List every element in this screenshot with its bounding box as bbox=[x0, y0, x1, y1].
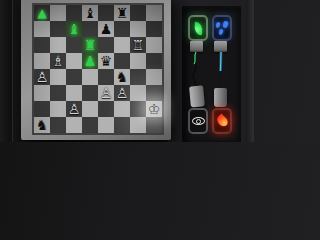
square-c8[interactable] bbox=[66, 5, 82, 21]
square-h5[interactable] bbox=[146, 53, 162, 69]
square-g3[interactable] bbox=[130, 85, 146, 101]
square-h6[interactable] bbox=[146, 37, 162, 53]
square-e6[interactable] bbox=[98, 37, 114, 53]
right-cable-socket bbox=[214, 41, 227, 52]
square-f3[interactable]: ♙ bbox=[114, 85, 130, 101]
square-c4[interactable] bbox=[66, 69, 82, 85]
square-g7[interactable] bbox=[130, 21, 146, 37]
square-d5[interactable]: ♟ bbox=[82, 53, 98, 69]
square-f4[interactable]: ♞ bbox=[114, 69, 130, 85]
square-d1[interactable] bbox=[82, 117, 98, 133]
wall-left-edge bbox=[0, 0, 13, 142]
square-a5[interactable] bbox=[34, 53, 50, 69]
square-c3[interactable] bbox=[66, 85, 82, 101]
fire-icon bbox=[215, 114, 230, 129]
square-a3[interactable] bbox=[34, 85, 50, 101]
black-pawn: ♟ bbox=[98, 21, 114, 37]
black-queen: ♛ bbox=[98, 53, 114, 69]
square-b7[interactable] bbox=[50, 21, 66, 37]
square-b3[interactable] bbox=[50, 85, 66, 101]
water-card-slot[interactable] bbox=[212, 15, 232, 41]
water-drop bbox=[218, 29, 224, 36]
water-drop bbox=[215, 22, 221, 29]
white-bishop: ♗ bbox=[50, 53, 66, 69]
green-rook: ♜ bbox=[82, 37, 98, 53]
white-pawn: ♙ bbox=[66, 101, 82, 117]
square-b2[interactable] bbox=[50, 101, 66, 117]
square-h8[interactable] bbox=[146, 5, 162, 21]
black-rook: ♜ bbox=[114, 5, 130, 21]
square-h2[interactable]: ♔ bbox=[146, 101, 162, 117]
black-knight: ♞ bbox=[114, 69, 130, 85]
square-d7[interactable] bbox=[82, 21, 98, 37]
square-f5[interactable] bbox=[114, 53, 130, 69]
black-bishop: ♝ bbox=[82, 5, 98, 21]
square-h4[interactable] bbox=[146, 69, 162, 85]
eye-card-slot[interactable] bbox=[188, 108, 208, 134]
leaf-card-slot[interactable] bbox=[188, 15, 208, 41]
square-e5[interactable]: ♛ bbox=[98, 53, 114, 69]
machine-panel bbox=[168, 0, 254, 142]
square-e8[interactable] bbox=[98, 5, 114, 21]
square-d6[interactable]: ♜ bbox=[82, 37, 98, 53]
leaf-icon bbox=[193, 21, 204, 35]
square-f2[interactable] bbox=[114, 101, 130, 117]
square-h7[interactable] bbox=[146, 21, 162, 37]
square-a1[interactable]: ♞ bbox=[34, 117, 50, 133]
square-b8[interactable] bbox=[50, 5, 66, 21]
square-b6[interactable] bbox=[50, 37, 66, 53]
eye-icon bbox=[192, 117, 205, 125]
panel-right-edge bbox=[246, 0, 254, 142]
left-cable-plug[interactable] bbox=[189, 85, 205, 107]
square-h1[interactable] bbox=[146, 117, 162, 133]
fire-card-slot[interactable] bbox=[212, 108, 232, 134]
square-e1[interactable] bbox=[98, 117, 114, 133]
square-g2[interactable] bbox=[130, 101, 146, 117]
square-f7[interactable] bbox=[114, 21, 130, 37]
water-drops-icon bbox=[215, 20, 229, 36]
square-c5[interactable] bbox=[66, 53, 82, 69]
square-c1[interactable] bbox=[66, 117, 82, 133]
square-f8[interactable]: ♜ bbox=[114, 5, 130, 21]
square-f6[interactable] bbox=[114, 37, 130, 53]
left-cable-socket bbox=[190, 41, 203, 52]
square-c2[interactable]: ♙ bbox=[66, 101, 82, 117]
white-rook: ♖ bbox=[130, 37, 146, 53]
chess-board: ▲♝♜♝♟♜♖♗♟♛♙♞♙♙♙♔♞ bbox=[34, 5, 162, 133]
square-e4[interactable] bbox=[98, 69, 114, 85]
water-drop bbox=[222, 20, 229, 28]
square-e2[interactable] bbox=[98, 101, 114, 117]
square-a8[interactable]: ▲ bbox=[34, 5, 50, 21]
square-c6[interactable] bbox=[66, 37, 82, 53]
square-a4[interactable]: ♙ bbox=[34, 69, 50, 85]
square-b4[interactable] bbox=[50, 69, 66, 85]
square-c7[interactable]: ♝ bbox=[66, 21, 82, 37]
square-d2[interactable] bbox=[82, 101, 98, 117]
square-d3[interactable] bbox=[82, 85, 98, 101]
square-g4[interactable] bbox=[130, 69, 146, 85]
square-e7[interactable]: ♟ bbox=[98, 21, 114, 37]
right-cable-plug[interactable] bbox=[214, 88, 227, 107]
square-b1[interactable] bbox=[50, 117, 66, 133]
square-g6[interactable]: ♖ bbox=[130, 37, 146, 53]
square-a7[interactable] bbox=[34, 21, 50, 37]
square-f1[interactable] bbox=[114, 117, 130, 133]
square-h3[interactable] bbox=[146, 85, 162, 101]
green-pawn: ♟ bbox=[82, 53, 98, 69]
square-a6[interactable] bbox=[34, 37, 50, 53]
square-g5[interactable] bbox=[130, 53, 146, 69]
chess-board-frame: ▲♝♜♝♟♜♖♗♟♛♙♞♙♙♙♔♞ bbox=[21, 0, 171, 140]
white-king: ♔ bbox=[146, 101, 162, 117]
green-bishop: ♝ bbox=[66, 21, 82, 37]
square-g8[interactable] bbox=[130, 5, 146, 21]
square-d4[interactable] bbox=[82, 69, 98, 85]
square-d8[interactable]: ♝ bbox=[82, 5, 98, 21]
square-b5[interactable]: ♗ bbox=[50, 53, 66, 69]
white-pawn: ♙ bbox=[34, 69, 50, 85]
green-triangle-marker: ▲ bbox=[34, 5, 50, 21]
square-a2[interactable] bbox=[34, 101, 50, 117]
white-pawn: ♙ bbox=[98, 85, 114, 101]
square-g1[interactable] bbox=[130, 117, 146, 133]
black-knight: ♞ bbox=[34, 117, 50, 133]
square-e3[interactable]: ♙ bbox=[98, 85, 114, 101]
white-pawn: ♙ bbox=[114, 85, 130, 101]
